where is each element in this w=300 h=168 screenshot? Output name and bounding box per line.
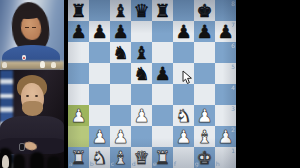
black-pawn-e5[interactable]: ♟: [154, 63, 170, 84]
square-d3[interactable]: ♟: [131, 105, 152, 126]
rank-label-1: 1: [231, 148, 235, 154]
square-g5[interactable]: [194, 63, 215, 84]
rank-label-8: 8: [231, 1, 235, 7]
square-c8[interactable]: ♝: [110, 0, 131, 21]
mouse-cursor-icon: [182, 70, 193, 85]
square-g3[interactable]: ♟: [194, 105, 215, 126]
square-b3[interactable]: [89, 105, 110, 126]
foreground-black-piece: [30, 152, 44, 168]
square-f6[interactable]: [173, 42, 194, 63]
white-pawn-f2[interactable]: ♟: [175, 126, 191, 147]
black-rook-e8[interactable]: ♜: [154, 0, 170, 21]
square-a4[interactable]: [68, 84, 89, 105]
foreground-black-piece: [47, 156, 60, 168]
square-c6[interactable]: ♞: [110, 42, 131, 63]
white-pawn-b2[interactable]: ♟: [91, 126, 107, 147]
square-g1[interactable]: ♚g: [194, 147, 215, 168]
blurred-chess-piece: [2, 62, 7, 68]
square-g2[interactable]: ♝: [194, 126, 215, 147]
square-g7[interactable]: ♟: [194, 21, 215, 42]
square-b5[interactable]: [89, 63, 110, 84]
square-d7[interactable]: [131, 21, 152, 42]
black-pawn-g7[interactable]: ♟: [196, 21, 212, 42]
square-f3[interactable]: ♞: [173, 105, 194, 126]
square-h8[interactable]: 8: [215, 0, 236, 21]
black-knight-c6[interactable]: ♞: [112, 42, 128, 63]
square-h6[interactable]: 6: [215, 42, 236, 63]
square-a7[interactable]: ♟: [68, 21, 89, 42]
square-c4[interactable]: [110, 84, 131, 105]
square-a2[interactable]: [68, 126, 89, 147]
black-queen-d8[interactable]: ♛: [133, 0, 149, 21]
square-h3[interactable]: 3: [215, 105, 236, 126]
polo-crest-red-dot: [23, 57, 25, 59]
square-h4[interactable]: 4: [215, 84, 236, 105]
rank-label-4: 4: [231, 85, 235, 91]
square-c1[interactable]: ♝c: [110, 147, 131, 168]
white-knight-b1[interactable]: ♞: [91, 147, 107, 168]
black-pawn-h7[interactable]: ♟: [217, 21, 233, 42]
square-e8[interactable]: ♜: [152, 0, 173, 21]
square-e4[interactable]: [152, 84, 173, 105]
square-d2[interactable]: [131, 126, 152, 147]
square-f1[interactable]: f: [173, 147, 194, 168]
square-f2[interactable]: ♟: [173, 126, 194, 147]
black-bishop-d6[interactable]: ♝: [133, 42, 149, 63]
chess-board[interactable]: ♜♝♛♜♚8♟♟♟♟♟♟7♞♝6♞♟54♟♟♞♟3♟♟♟♝♟2♜a♞b♝c♛d♜…: [68, 0, 236, 168]
stream-frame: ♜♝♛♜♚8♟♟♟♟♟♟7♞♝6♞♟54♟♟♞♟3♟♟♟♝♟2♜a♞b♝c♛d♜…: [0, 0, 300, 168]
square-h2[interactable]: ♟2: [215, 126, 236, 147]
square-f7[interactable]: ♟: [173, 21, 194, 42]
file-label-f: f: [174, 161, 176, 167]
square-h1[interactable]: 1h: [215, 147, 236, 168]
black-bishop-c8[interactable]: ♝: [112, 0, 128, 21]
square-g6[interactable]: [194, 42, 215, 63]
square-c7[interactable]: ♟: [110, 21, 131, 42]
white-queen-d1[interactable]: ♛: [133, 147, 149, 168]
square-f4[interactable]: [173, 84, 194, 105]
wristwatch: [19, 143, 25, 151]
black-pawn-b7[interactable]: ♟: [91, 21, 107, 42]
square-h5[interactable]: 5: [215, 63, 236, 84]
square-d4[interactable]: [131, 84, 152, 105]
player-bottom-eye: [26, 95, 29, 97]
square-c3[interactable]: [110, 105, 131, 126]
square-b1[interactable]: ♞b: [89, 147, 110, 168]
square-e7[interactable]: [152, 21, 173, 42]
white-pawn-a3[interactable]: ♟: [70, 105, 86, 126]
rank-label-5: 5: [231, 64, 235, 70]
white-pawn-h2[interactable]: ♟: [217, 126, 233, 147]
square-e3[interactable]: [152, 105, 173, 126]
square-d6[interactable]: ♝: [131, 42, 152, 63]
square-d1[interactable]: ♛d: [131, 147, 152, 168]
square-h7[interactable]: ♟7: [215, 21, 236, 42]
rank-label-3: 3: [231, 106, 235, 112]
square-a1[interactable]: ♜a: [68, 147, 89, 168]
white-bishop-g2[interactable]: ♝: [196, 126, 212, 147]
foreground-black-piece: [13, 154, 25, 168]
square-c2[interactable]: ♟: [110, 126, 131, 147]
square-d5[interactable]: ♞: [131, 63, 152, 84]
player-photo-top: [0, 0, 64, 70]
white-rook-e1[interactable]: ♜: [154, 147, 170, 168]
black-knight-d5[interactable]: ♞: [133, 63, 149, 84]
black-king-g8[interactable]: ♚: [196, 0, 212, 21]
black-pawn-c7[interactable]: ♟: [112, 21, 128, 42]
foreground-white-pawn: [2, 155, 9, 168]
square-e1[interactable]: ♜e: [152, 147, 173, 168]
square-e6[interactable]: [152, 42, 173, 63]
square-d8[interactable]: ♛: [131, 0, 152, 21]
black-pawn-a7[interactable]: ♟: [70, 21, 86, 42]
square-b6[interactable]: [89, 42, 110, 63]
player-photo-bottom: [0, 70, 64, 168]
rank-label-6: 6: [231, 43, 235, 49]
white-pawn-g3[interactable]: ♟: [196, 105, 212, 126]
square-e2[interactable]: [152, 126, 173, 147]
player-top-eye: [32, 27, 36, 28]
square-a8[interactable]: ♜: [68, 0, 89, 21]
black-rook-a8[interactable]: ♜: [70, 0, 86, 21]
square-b8[interactable]: [89, 0, 110, 21]
square-g8[interactable]: ♚: [194, 0, 215, 21]
blurred-chess-piece: [51, 62, 56, 68]
square-b4[interactable]: [89, 84, 110, 105]
square-a3[interactable]: ♟: [68, 105, 89, 126]
player-bottom-eye: [35, 95, 38, 97]
square-b7[interactable]: ♟: [89, 21, 110, 42]
blurred-chess-piece: [40, 61, 45, 68]
black-pawn-f7[interactable]: ♟: [175, 21, 191, 42]
white-pawn-d3[interactable]: ♟: [133, 105, 149, 126]
white-pawn-c2[interactable]: ♟: [112, 126, 128, 147]
white-bishop-c1[interactable]: ♝: [112, 147, 128, 168]
square-b2[interactable]: ♟: [89, 126, 110, 147]
player-top-eye: [25, 27, 29, 28]
file-label-h: h: [216, 161, 220, 167]
square-a5[interactable]: [68, 63, 89, 84]
white-king-g1[interactable]: ♚: [196, 147, 212, 168]
square-c5[interactable]: [110, 63, 131, 84]
player-bottom-beard: [22, 101, 43, 116]
square-a6[interactable]: [68, 42, 89, 63]
square-f8[interactable]: [173, 0, 194, 21]
white-knight-f3[interactable]: ♞: [175, 105, 191, 126]
square-g4[interactable]: [194, 84, 215, 105]
white-rook-a1[interactable]: ♜: [70, 147, 86, 168]
square-e5[interactable]: ♟: [152, 63, 173, 84]
